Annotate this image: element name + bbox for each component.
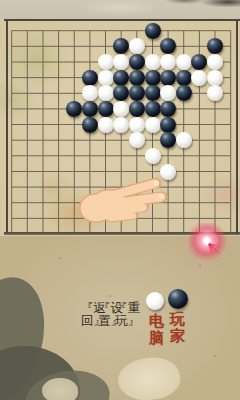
black-stone: [145, 101, 161, 117]
gomoku-game-screen: 电脑 玩家 『重玩』 『设置』 『返回』: [0, 0, 240, 400]
white-stone: [176, 54, 192, 70]
white-stone: [129, 117, 145, 133]
white-stone: [129, 38, 145, 54]
black-stone: [82, 117, 98, 133]
black-stone: [113, 70, 129, 86]
white-stone: [113, 117, 129, 133]
board-frame-left: [6, 19, 8, 234]
white-stone: [98, 85, 114, 101]
white-stone: [98, 70, 114, 86]
black-stone: [145, 70, 161, 86]
black-stone: [129, 101, 145, 117]
black-stone: [82, 101, 98, 117]
player-stone-indicator: [168, 289, 188, 309]
white-stone: [113, 101, 129, 117]
black-stone: [160, 70, 176, 86]
white-stone: [145, 117, 161, 133]
black-stone: [160, 101, 176, 117]
white-stone: [176, 132, 192, 148]
black-stone: [98, 101, 114, 117]
black-stone: [129, 85, 145, 101]
board-frame-right: [236, 19, 238, 234]
flower-decoration: [115, 354, 182, 400]
player-label: 玩家: [169, 311, 186, 344]
computer-stone-indicator: [146, 292, 164, 310]
white-stone: [145, 148, 161, 164]
top-texture-strip: [0, 0, 240, 19]
white-stone: [160, 54, 176, 70]
black-stone: [82, 70, 98, 86]
white-stone: [129, 132, 145, 148]
flower-decoration: [42, 378, 78, 400]
game-board[interactable]: [0, 19, 240, 236]
white-stone: [145, 54, 161, 70]
white-stone: [98, 54, 114, 70]
white-stone: [207, 70, 223, 86]
black-stone: [129, 70, 145, 86]
laser-sparkle-effect: [189, 223, 227, 261]
computer-label: 电脑: [148, 313, 165, 346]
board-frame-top: [4, 19, 240, 21]
black-stone: [145, 23, 161, 39]
white-stone: [191, 70, 207, 86]
white-stone: [207, 54, 223, 70]
black-stone: [176, 70, 192, 86]
black-stone: [129, 54, 145, 70]
black-stone: [176, 85, 192, 101]
black-stone: [160, 117, 176, 133]
hand-cursor: [78, 165, 178, 227]
white-stone: [98, 117, 114, 133]
black-stone: [145, 85, 161, 101]
back-button[interactable]: 『返回』: [81, 302, 95, 327]
